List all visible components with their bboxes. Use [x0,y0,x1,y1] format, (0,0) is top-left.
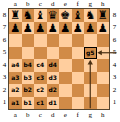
highlight-label-g5: g5 [86,50,94,56]
square-h6[interactable] [97,34,110,47]
square-c1[interactable]: c1 [34,97,47,110]
file-labels-bottom: abcdefgh [9,109,109,122]
square-f4[interactable] [72,59,85,72]
square-e7[interactable]: ♟ [59,22,72,35]
square-e5[interactable] [59,47,72,60]
square-c3[interactable]: c3 [34,72,47,85]
square-g8[interactable]: ♞ [84,9,97,22]
square-d4[interactable]: d4 [47,59,60,72]
square-b1[interactable]: b1 [22,97,35,110]
square-e2[interactable] [59,84,72,97]
square-e1[interactable] [59,97,72,110]
square-label-d4: d4 [49,62,57,68]
rank-label-5: 5 [109,47,120,60]
square-label-c3: c3 [36,75,44,81]
file-label-a: a [9,109,22,122]
rank-label-6: 6 [0,34,9,47]
square-label-c1: c1 [36,100,44,106]
square-h2[interactable] [97,84,110,97]
rank-label-6: 6 [109,34,120,47]
rank-label-8: 8 [0,9,9,22]
square-d8[interactable]: ♛ [47,9,60,22]
square-label-b3: b3 [24,75,32,81]
square-b3[interactable]: b3 [22,72,35,85]
piece-black-bishop: ♝ [73,9,83,22]
square-label-b1: b1 [24,100,32,106]
rank-label-3: 3 [0,72,9,85]
piece-black-pawn: ♟ [23,22,33,35]
square-a8[interactable]: ♜ [9,9,22,22]
square-d1[interactable]: d1 [47,97,60,110]
file-label-b: b [22,109,35,122]
square-g7[interactable]: ♟ [84,22,97,35]
rank-label-8: 8 [109,9,120,22]
square-f7[interactable]: ♟ [72,22,85,35]
square-label-a1: a1 [11,100,19,106]
square-g4[interactable] [84,59,97,72]
square-h5[interactable] [97,47,110,60]
square-c5[interactable] [34,47,47,60]
rank-label-4: 4 [0,59,9,72]
square-c2[interactable]: c2 [34,84,47,97]
piece-black-pawn: ♟ [98,22,108,35]
square-label-d3: d3 [49,75,57,81]
square-h7[interactable]: ♟ [97,22,110,35]
square-g5[interactable]: g5 [84,47,97,60]
rank-label-2: 2 [109,84,120,97]
piece-black-pawn: ♟ [35,22,45,35]
piece-black-pawn: ♟ [10,22,20,35]
piece-black-pawn: ♟ [60,22,70,35]
piece-black-knight: ♞ [23,9,33,22]
piece-black-rook: ♜ [98,9,108,22]
square-a7[interactable]: ♟ [9,22,22,35]
square-label-d1: d1 [49,100,57,106]
piece-black-rook: ♜ [10,9,20,22]
square-label-b4: b4 [24,62,32,68]
rank-label-4: 4 [109,59,120,72]
square-b6[interactable] [22,34,35,47]
rank-labels-right: 87654321 [109,9,120,109]
chess-board: ♜♞♝♛♚♝♞♜♟♟♟♟♟♟♟♟g5a4b4c4d4a3b3c3d3a2b2c2… [9,9,109,109]
square-c4[interactable]: c4 [34,59,47,72]
square-e6[interactable] [59,34,72,47]
square-g6[interactable] [84,34,97,47]
rank-label-5: 5 [0,47,9,60]
rank-label-1: 1 [0,97,9,110]
piece-black-pawn: ♟ [73,22,83,35]
square-label-a4: a4 [11,62,19,68]
square-f6[interactable] [72,34,85,47]
square-a4[interactable]: a4 [9,59,22,72]
piece-black-knight: ♞ [85,9,95,22]
square-g3[interactable] [84,72,97,85]
rank-label-2: 2 [0,84,9,97]
file-label-c: c [34,109,47,122]
rank-label-7: 7 [109,22,120,35]
rank-labels-left: 87654321 [0,9,9,109]
square-d6[interactable] [47,34,60,47]
square-b2[interactable]: b2 [22,84,35,97]
chess-notation-diagram: abcdefgh abcdefgh 87654321 87654321 ♜♞♝♛… [0,0,120,122]
square-label-b2: b2 [24,87,32,93]
piece-black-bishop: ♝ [35,9,45,22]
square-f1[interactable] [72,97,85,110]
square-f2[interactable] [72,84,85,97]
square-d7[interactable]: ♟ [47,22,60,35]
square-h4[interactable] [97,59,110,72]
square-a2[interactable]: a2 [9,84,22,97]
square-c7[interactable]: ♟ [34,22,47,35]
square-label-a2: a2 [11,87,19,93]
square-h8[interactable]: ♜ [97,9,110,22]
square-a5[interactable] [9,47,22,60]
file-label-f: f [72,109,85,122]
square-b4[interactable]: b4 [22,59,35,72]
file-label-g: g [84,109,97,122]
square-f3[interactable] [72,72,85,85]
square-f8[interactable]: ♝ [72,9,85,22]
square-label-c2: c2 [36,87,44,93]
square-d5[interactable] [47,47,60,60]
square-a1[interactable]: a1 [9,97,22,110]
square-e4[interactable] [59,59,72,72]
square-b8[interactable]: ♞ [22,9,35,22]
square-f5[interactable] [72,47,85,60]
square-label-a3: a3 [11,75,19,81]
square-label-c4: c4 [36,62,44,68]
square-c6[interactable] [34,34,47,47]
file-label-h: h [97,109,110,122]
rank-label-7: 7 [0,22,9,35]
square-a3[interactable]: a3 [9,72,22,85]
square-d2[interactable]: d2 [47,84,60,97]
square-c8[interactable]: ♝ [34,9,47,22]
square-e3[interactable] [59,72,72,85]
rank-label-1: 1 [109,97,120,110]
square-h1[interactable] [97,97,110,110]
piece-black-queen: ♛ [48,9,58,22]
piece-black-pawn: ♟ [48,22,58,35]
square-e8[interactable]: ♚ [59,9,72,22]
piece-black-king: ♚ [60,9,70,22]
square-h3[interactable] [97,72,110,85]
square-d3[interactable]: d3 [47,72,60,85]
rank-label-3: 3 [109,72,120,85]
file-label-e: e [59,109,72,122]
square-b7[interactable]: ♟ [22,22,35,35]
square-g2[interactable] [84,84,97,97]
square-label-d2: d2 [49,87,57,93]
file-label-d: d [47,109,60,122]
square-b5[interactable] [22,47,35,60]
square-a6[interactable] [9,34,22,47]
piece-black-pawn: ♟ [85,22,95,35]
square-g1[interactable] [84,97,97,110]
